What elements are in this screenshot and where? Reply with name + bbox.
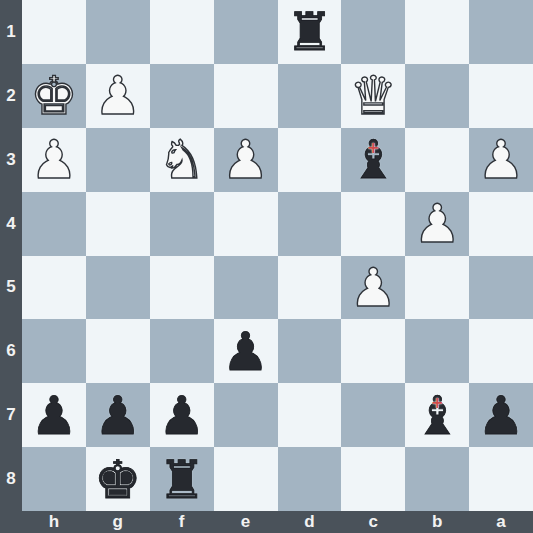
black-bishop[interactable]: ♝ [413, 389, 461, 442]
square-c4[interactable] [341, 192, 405, 256]
rank-label-8: 8 [0, 447, 22, 511]
white-pawn[interactable]: ♟ [222, 133, 270, 186]
square-c1[interactable] [341, 0, 405, 64]
chessboard: 1♜2♚♟♛3♟♞♟♝+♟4♟5♟6♟7♟♟♟♝+♟8♚♜hgfedcba [0, 0, 533, 533]
square-g6[interactable] [86, 319, 150, 383]
file-label-d: d [278, 511, 342, 533]
rank-label-3: 3 [0, 128, 22, 192]
square-b3[interactable] [405, 128, 469, 192]
square-e3[interactable]: ♟ [214, 128, 278, 192]
square-c3[interactable]: ♝+ [341, 128, 405, 192]
black-pawn[interactable]: ♟ [30, 389, 78, 442]
square-d5[interactable] [278, 256, 342, 320]
square-e5[interactable] [214, 256, 278, 320]
square-b7[interactable]: ♝+ [405, 383, 469, 447]
white-knight[interactable]: ♞ [158, 133, 206, 186]
square-b8[interactable] [405, 447, 469, 511]
square-g8[interactable]: ♚ [86, 447, 150, 511]
square-g2[interactable]: ♟ [86, 64, 150, 128]
black-king[interactable]: ♚ [94, 453, 142, 506]
square-a5[interactable] [469, 256, 533, 320]
file-label-a: a [469, 511, 533, 533]
square-h2[interactable]: ♚ [22, 64, 86, 128]
square-d6[interactable] [278, 319, 342, 383]
square-g7[interactable]: ♟ [86, 383, 150, 447]
black-bishop[interactable]: ♝ [350, 133, 398, 186]
square-f7[interactable]: ♟ [150, 383, 214, 447]
square-d8[interactable] [278, 447, 342, 511]
square-f3[interactable]: ♞ [150, 128, 214, 192]
square-h7[interactable]: ♟ [22, 383, 86, 447]
black-rook[interactable]: ♜ [158, 453, 206, 506]
square-g5[interactable] [86, 256, 150, 320]
square-e4[interactable] [214, 192, 278, 256]
black-pawn[interactable]: ♟ [477, 389, 525, 442]
square-b6[interactable] [405, 319, 469, 383]
square-a6[interactable] [469, 319, 533, 383]
square-f6[interactable] [150, 319, 214, 383]
square-f1[interactable] [150, 0, 214, 64]
square-a7[interactable]: ♟ [469, 383, 533, 447]
file-label-h: h [22, 511, 86, 533]
square-a2[interactable] [469, 64, 533, 128]
square-b2[interactable] [405, 64, 469, 128]
file-label-f: f [150, 511, 214, 533]
square-e1[interactable] [214, 0, 278, 64]
white-king[interactable]: ♚ [30, 69, 78, 122]
file-label-b: b [405, 511, 469, 533]
square-g1[interactable] [86, 0, 150, 64]
square-h6[interactable] [22, 319, 86, 383]
black-rook[interactable]: ♜ [286, 5, 334, 58]
square-h5[interactable] [22, 256, 86, 320]
square-a3[interactable]: ♟ [469, 128, 533, 192]
square-b5[interactable] [405, 256, 469, 320]
square-g4[interactable] [86, 192, 150, 256]
square-d2[interactable] [278, 64, 342, 128]
square-a8[interactable] [469, 447, 533, 511]
square-c2[interactable]: ♛ [341, 64, 405, 128]
square-d1[interactable]: ♜ [278, 0, 342, 64]
square-c5[interactable]: ♟ [341, 256, 405, 320]
white-pawn[interactable]: ♟ [94, 69, 142, 122]
white-pawn[interactable]: ♟ [477, 133, 525, 186]
square-d4[interactable] [278, 192, 342, 256]
square-f8[interactable]: ♜ [150, 447, 214, 511]
rank-label-7: 7 [0, 383, 22, 447]
black-pawn[interactable]: ♟ [94, 389, 142, 442]
square-d7[interactable] [278, 383, 342, 447]
rank-label-2: 2 [0, 64, 22, 128]
rank-label-1: 1 [0, 0, 22, 64]
square-d3[interactable] [278, 128, 342, 192]
square-a4[interactable] [469, 192, 533, 256]
frame-corner [0, 511, 22, 533]
chess-diagram: 1♜2♚♟♛3♟♞♟♝+♟4♟5♟6♟7♟♟♟♝+♟8♚♜hgfedcba [0, 0, 533, 533]
square-e7[interactable] [214, 383, 278, 447]
square-b4[interactable]: ♟ [405, 192, 469, 256]
square-f2[interactable] [150, 64, 214, 128]
white-queen[interactable]: ♛ [350, 69, 398, 122]
black-pawn[interactable]: ♟ [222, 325, 270, 378]
square-e8[interactable] [214, 447, 278, 511]
square-g3[interactable] [86, 128, 150, 192]
square-c7[interactable] [341, 383, 405, 447]
square-f4[interactable] [150, 192, 214, 256]
square-a1[interactable] [469, 0, 533, 64]
square-h3[interactable]: ♟ [22, 128, 86, 192]
file-label-c: c [341, 511, 405, 533]
square-e6[interactable]: ♟ [214, 319, 278, 383]
file-label-g: g [86, 511, 150, 533]
white-pawn[interactable]: ♟ [413, 197, 461, 250]
file-label-e: e [214, 511, 278, 533]
square-f5[interactable] [150, 256, 214, 320]
square-c6[interactable] [341, 319, 405, 383]
square-h4[interactable] [22, 192, 86, 256]
square-b1[interactable] [405, 0, 469, 64]
square-e2[interactable] [214, 64, 278, 128]
rank-label-5: 5 [0, 256, 22, 320]
square-c8[interactable] [341, 447, 405, 511]
white-pawn[interactable]: ♟ [350, 261, 398, 314]
square-h8[interactable] [22, 447, 86, 511]
black-pawn[interactable]: ♟ [158, 389, 206, 442]
square-h1[interactable] [22, 0, 86, 64]
rank-label-4: 4 [0, 192, 22, 256]
white-pawn[interactable]: ♟ [30, 133, 78, 186]
rank-label-6: 6 [0, 319, 22, 383]
